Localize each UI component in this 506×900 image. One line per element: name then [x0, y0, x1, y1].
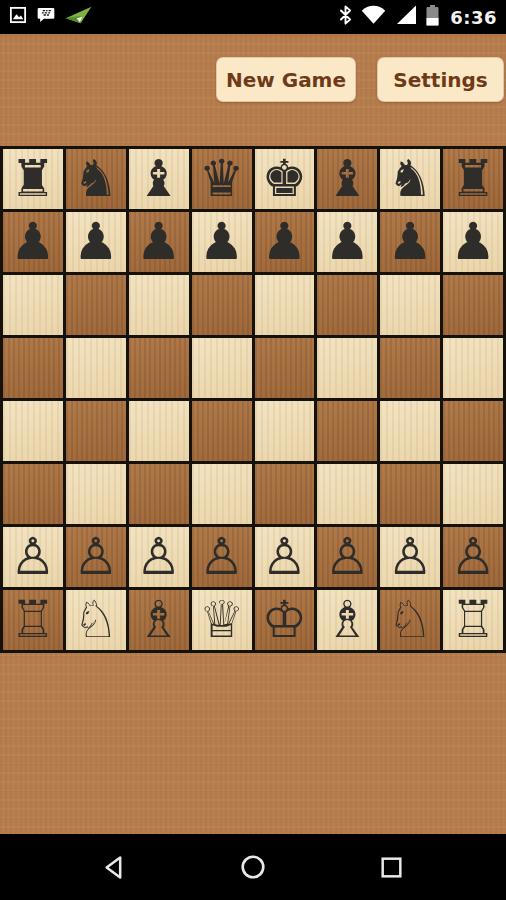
- screenshot-icon: [9, 6, 27, 28]
- piece-black-rook: ♜: [450, 153, 496, 204]
- piece-white-bishop: ♗: [136, 594, 182, 645]
- chess-board: ♜♞♝♛♚♝♞♜♟♟♟♟♟♟♟♟♙♙♙♙♙♙♙♙♖♘♗♕♔♗♘♖: [0, 146, 506, 653]
- square-d2[interactable]: ♙: [192, 527, 252, 587]
- square-h3[interactable]: [443, 464, 503, 524]
- piece-black-pawn: ♟: [199, 216, 245, 267]
- piece-black-knight: ♞: [387, 153, 433, 204]
- square-e3[interactable]: [255, 464, 315, 524]
- square-f1[interactable]: ♗: [317, 590, 377, 650]
- new-game-button[interactable]: New Game: [216, 57, 356, 102]
- status-bar: 6:36: [0, 0, 506, 34]
- piece-black-rook: ♜: [10, 153, 56, 204]
- square-a5[interactable]: [3, 338, 63, 398]
- piece-white-pawn: ♙: [387, 531, 433, 582]
- square-c5[interactable]: [129, 338, 189, 398]
- piece-black-pawn: ♟: [262, 216, 308, 267]
- piece-white-rook: ♖: [450, 594, 496, 645]
- square-d6[interactable]: [192, 275, 252, 335]
- square-a6[interactable]: [3, 275, 63, 335]
- piece-black-queen: ♛: [199, 153, 245, 204]
- square-h6[interactable]: [443, 275, 503, 335]
- bbm-messenger-icon: [36, 5, 56, 29]
- square-f7[interactable]: ♟: [317, 212, 377, 272]
- piece-white-pawn: ♙: [10, 531, 56, 582]
- square-f8[interactable]: ♝: [317, 149, 377, 209]
- piece-black-pawn: ♟: [10, 216, 56, 267]
- piece-black-knight: ♞: [73, 153, 119, 204]
- piece-black-king: ♚: [262, 153, 308, 204]
- square-c8[interactable]: ♝: [129, 149, 189, 209]
- square-d5[interactable]: [192, 338, 252, 398]
- square-g3[interactable]: [380, 464, 440, 524]
- square-b6[interactable]: [66, 275, 126, 335]
- square-e6[interactable]: [255, 275, 315, 335]
- square-d3[interactable]: [192, 464, 252, 524]
- cell-signal-icon: [395, 5, 417, 29]
- piece-white-king: ♔: [262, 594, 308, 645]
- square-a8[interactable]: ♜: [3, 149, 63, 209]
- piece-white-rook: ♖: [10, 594, 56, 645]
- clock-text: 6:36: [450, 7, 497, 28]
- square-h2[interactable]: ♙: [443, 527, 503, 587]
- square-e2[interactable]: ♙: [255, 527, 315, 587]
- piece-white-knight: ♘: [387, 594, 433, 645]
- piece-black-bishop: ♝: [136, 153, 182, 204]
- settings-button[interactable]: Settings: [377, 57, 504, 102]
- square-d8[interactable]: ♛: [192, 149, 252, 209]
- square-b4[interactable]: [66, 401, 126, 461]
- square-h8[interactable]: ♜: [443, 149, 503, 209]
- piece-black-bishop: ♝: [324, 153, 370, 204]
- square-e8[interactable]: ♚: [255, 149, 315, 209]
- square-e4[interactable]: [255, 401, 315, 461]
- square-e5[interactable]: [255, 338, 315, 398]
- square-b3[interactable]: [66, 464, 126, 524]
- square-f3[interactable]: [317, 464, 377, 524]
- square-c2[interactable]: ♙: [129, 527, 189, 587]
- square-b1[interactable]: ♘: [66, 590, 126, 650]
- square-g7[interactable]: ♟: [380, 212, 440, 272]
- piece-black-pawn: ♟: [387, 216, 433, 267]
- piece-black-pawn: ♟: [324, 216, 370, 267]
- square-a2[interactable]: ♙: [3, 527, 63, 587]
- square-g5[interactable]: [380, 338, 440, 398]
- square-a4[interactable]: [3, 401, 63, 461]
- bluetooth-icon: [339, 5, 352, 29]
- square-g4[interactable]: [380, 401, 440, 461]
- square-d7[interactable]: ♟: [192, 212, 252, 272]
- paper-plane-icon: [65, 5, 93, 29]
- piece-white-queen: ♕: [199, 594, 245, 645]
- square-a3[interactable]: [3, 464, 63, 524]
- square-a1[interactable]: ♖: [3, 590, 63, 650]
- status-bar-left: [9, 5, 93, 29]
- battery-icon: [426, 5, 439, 30]
- wifi-icon: [361, 5, 386, 29]
- piece-white-pawn: ♙: [73, 531, 119, 582]
- square-c4[interactable]: [129, 401, 189, 461]
- square-f5[interactable]: [317, 338, 377, 398]
- square-b2[interactable]: ♙: [66, 527, 126, 587]
- square-e7[interactable]: ♟: [255, 212, 315, 272]
- square-f2[interactable]: ♙: [317, 527, 377, 587]
- piece-black-pawn: ♟: [450, 216, 496, 267]
- square-c6[interactable]: [129, 275, 189, 335]
- square-c7[interactable]: ♟: [129, 212, 189, 272]
- android-nav-bar: [0, 834, 506, 900]
- square-h5[interactable]: [443, 338, 503, 398]
- square-b5[interactable]: [66, 338, 126, 398]
- square-c1[interactable]: ♗: [129, 590, 189, 650]
- recents-icon[interactable]: [376, 852, 406, 882]
- square-h7[interactable]: ♟: [443, 212, 503, 272]
- square-e1[interactable]: ♔: [255, 590, 315, 650]
- square-g6[interactable]: [380, 275, 440, 335]
- square-g1[interactable]: ♘: [380, 590, 440, 650]
- piece-white-pawn: ♙: [450, 531, 496, 582]
- piece-white-pawn: ♙: [136, 531, 182, 582]
- square-g8[interactable]: ♞: [380, 149, 440, 209]
- square-b8[interactable]: ♞: [66, 149, 126, 209]
- square-d4[interactable]: [192, 401, 252, 461]
- home-icon[interactable]: [238, 852, 268, 882]
- square-d1[interactable]: ♕: [192, 590, 252, 650]
- piece-black-pawn: ♟: [136, 216, 182, 267]
- piece-white-bishop: ♗: [324, 594, 370, 645]
- phone-screen: 6:36 New Game Settings ♜♞♝♛♚♝♞♜♟♟♟♟♟♟♟♟♙…: [0, 0, 506, 900]
- square-h4[interactable]: [443, 401, 503, 461]
- square-c3[interactable]: [129, 464, 189, 524]
- piece-white-knight: ♘: [73, 594, 119, 645]
- square-g2[interactable]: ♙: [380, 527, 440, 587]
- piece-black-pawn: ♟: [73, 216, 119, 267]
- status-bar-right: 6:36: [339, 5, 497, 30]
- square-h1[interactable]: ♖: [443, 590, 503, 650]
- piece-white-pawn: ♙: [262, 531, 308, 582]
- square-f4[interactable]: [317, 401, 377, 461]
- back-icon[interactable]: [100, 852, 130, 882]
- square-f6[interactable]: [317, 275, 377, 335]
- piece-white-pawn: ♙: [199, 531, 245, 582]
- square-b7[interactable]: ♟: [66, 212, 126, 272]
- square-a7[interactable]: ♟: [3, 212, 63, 272]
- piece-white-pawn: ♙: [324, 531, 370, 582]
